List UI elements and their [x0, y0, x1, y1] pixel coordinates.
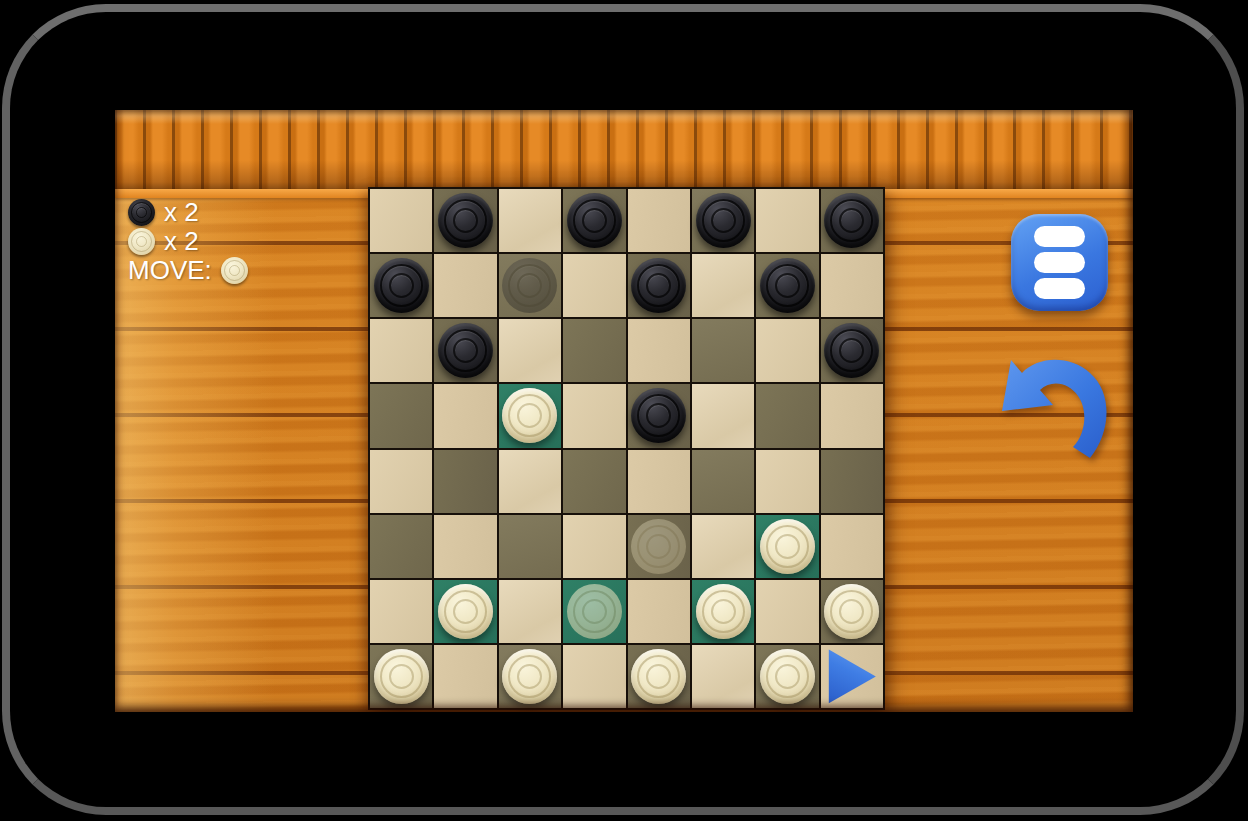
- square-f2[interactable]: [692, 580, 754, 643]
- square-b6[interactable]: [434, 319, 496, 382]
- square-d5[interactable]: [563, 384, 625, 447]
- white-piece[interactable]: [502, 649, 557, 704]
- menu-pill-icon: [1034, 252, 1085, 273]
- white-piece-icon: [128, 228, 155, 255]
- square-c8[interactable]: [499, 189, 561, 252]
- menu-pill-icon: [1034, 226, 1085, 247]
- square-e6[interactable]: [628, 319, 690, 382]
- square-c7[interactable]: [499, 254, 561, 317]
- square-g1[interactable]: [756, 645, 818, 708]
- black-piece-ghost[interactable]: [502, 258, 557, 313]
- white-piece[interactable]: [374, 649, 429, 704]
- square-g4[interactable]: [756, 450, 818, 513]
- square-a3[interactable]: [370, 515, 432, 578]
- square-a5[interactable]: [370, 384, 432, 447]
- top-fence-planks: [115, 110, 1133, 189]
- square-g7[interactable]: [756, 254, 818, 317]
- square-f8[interactable]: [692, 189, 754, 252]
- square-d7[interactable]: [563, 254, 625, 317]
- capture-hud: x 2 x 2 MOVE:: [128, 198, 248, 285]
- square-c4[interactable]: [499, 450, 561, 513]
- white-piece[interactable]: [438, 584, 493, 639]
- black-piece[interactable]: [824, 323, 879, 378]
- move-label: MOVE:: [128, 256, 212, 285]
- square-h4[interactable]: [821, 450, 883, 513]
- square-f1[interactable]: [692, 645, 754, 708]
- square-d2[interactable]: [563, 580, 625, 643]
- square-e1[interactable]: [628, 645, 690, 708]
- black-piece[interactable]: [567, 193, 622, 248]
- square-b4[interactable]: [434, 450, 496, 513]
- square-d3[interactable]: [563, 515, 625, 578]
- square-f3[interactable]: [692, 515, 754, 578]
- square-b3[interactable]: [434, 515, 496, 578]
- square-h8[interactable]: [821, 189, 883, 252]
- white-captures-row: x 2: [128, 227, 248, 256]
- white-piece[interactable]: [631, 649, 686, 704]
- black-piece[interactable]: [760, 258, 815, 313]
- white-piece[interactable]: [760, 519, 815, 574]
- square-b7[interactable]: [434, 254, 496, 317]
- play-triangle-icon[interactable]: [827, 648, 877, 704]
- square-g8[interactable]: [756, 189, 818, 252]
- black-piece-icon: [128, 199, 155, 226]
- black-piece[interactable]: [696, 193, 751, 248]
- white-piece-ghost[interactable]: [567, 584, 622, 639]
- square-b2[interactable]: [434, 580, 496, 643]
- square-h1[interactable]: [821, 645, 883, 708]
- square-h5[interactable]: [821, 384, 883, 447]
- black-piece[interactable]: [438, 323, 493, 378]
- square-c5[interactable]: [499, 384, 561, 447]
- menu-button[interactable]: [1011, 214, 1108, 311]
- black-piece[interactable]: [631, 388, 686, 443]
- move-indicator-row: MOVE:: [128, 256, 248, 285]
- white-captures-label: x 2: [164, 227, 199, 256]
- square-c3[interactable]: [499, 515, 561, 578]
- square-b5[interactable]: [434, 384, 496, 447]
- square-e3[interactable]: [628, 515, 690, 578]
- tablet-device: x 2 x 2 MOVE:: [0, 0, 1248, 821]
- square-f5[interactable]: [692, 384, 754, 447]
- square-a8[interactable]: [370, 189, 432, 252]
- black-piece[interactable]: [374, 258, 429, 313]
- square-a2[interactable]: [370, 580, 432, 643]
- square-f7[interactable]: [692, 254, 754, 317]
- black-captures-row: x 2: [128, 198, 248, 227]
- square-h6[interactable]: [821, 319, 883, 382]
- square-d6[interactable]: [563, 319, 625, 382]
- square-h7[interactable]: [821, 254, 883, 317]
- square-e8[interactable]: [628, 189, 690, 252]
- board: [368, 187, 885, 710]
- square-c6[interactable]: [499, 319, 561, 382]
- square-d4[interactable]: [563, 450, 625, 513]
- square-c1[interactable]: [499, 645, 561, 708]
- square-c2[interactable]: [499, 580, 561, 643]
- undo-button[interactable]: [989, 348, 1121, 466]
- square-e5[interactable]: [628, 384, 690, 447]
- black-piece[interactable]: [631, 258, 686, 313]
- menu-pill-icon: [1034, 278, 1085, 299]
- square-h2[interactable]: [821, 580, 883, 643]
- square-d1[interactable]: [563, 645, 625, 708]
- turn-white-piece-icon: [221, 257, 248, 284]
- square-h3[interactable]: [821, 515, 883, 578]
- square-e2[interactable]: [628, 580, 690, 643]
- square-g5[interactable]: [756, 384, 818, 447]
- black-captures-label: x 2: [164, 198, 199, 227]
- black-piece[interactable]: [824, 193, 879, 248]
- square-f6[interactable]: [692, 319, 754, 382]
- square-a4[interactable]: [370, 450, 432, 513]
- square-g6[interactable]: [756, 319, 818, 382]
- square-b1[interactable]: [434, 645, 496, 708]
- square-a1[interactable]: [370, 645, 432, 708]
- white-piece[interactable]: [760, 649, 815, 704]
- square-f4[interactable]: [692, 450, 754, 513]
- square-g3[interactable]: [756, 515, 818, 578]
- game-screen: x 2 x 2 MOVE:: [115, 110, 1133, 712]
- square-a7[interactable]: [370, 254, 432, 317]
- square-b8[interactable]: [434, 189, 496, 252]
- white-piece[interactable]: [824, 584, 879, 639]
- white-piece[interactable]: [502, 388, 557, 443]
- black-piece[interactable]: [438, 193, 493, 248]
- white-piece-ghost[interactable]: [631, 519, 686, 574]
- undo-arrow-icon: [989, 348, 1121, 466]
- square-a6[interactable]: [370, 319, 432, 382]
- white-piece[interactable]: [696, 584, 751, 639]
- square-e7[interactable]: [628, 254, 690, 317]
- square-e4[interactable]: [628, 450, 690, 513]
- square-d8[interactable]: [563, 189, 625, 252]
- square-g2[interactable]: [756, 580, 818, 643]
